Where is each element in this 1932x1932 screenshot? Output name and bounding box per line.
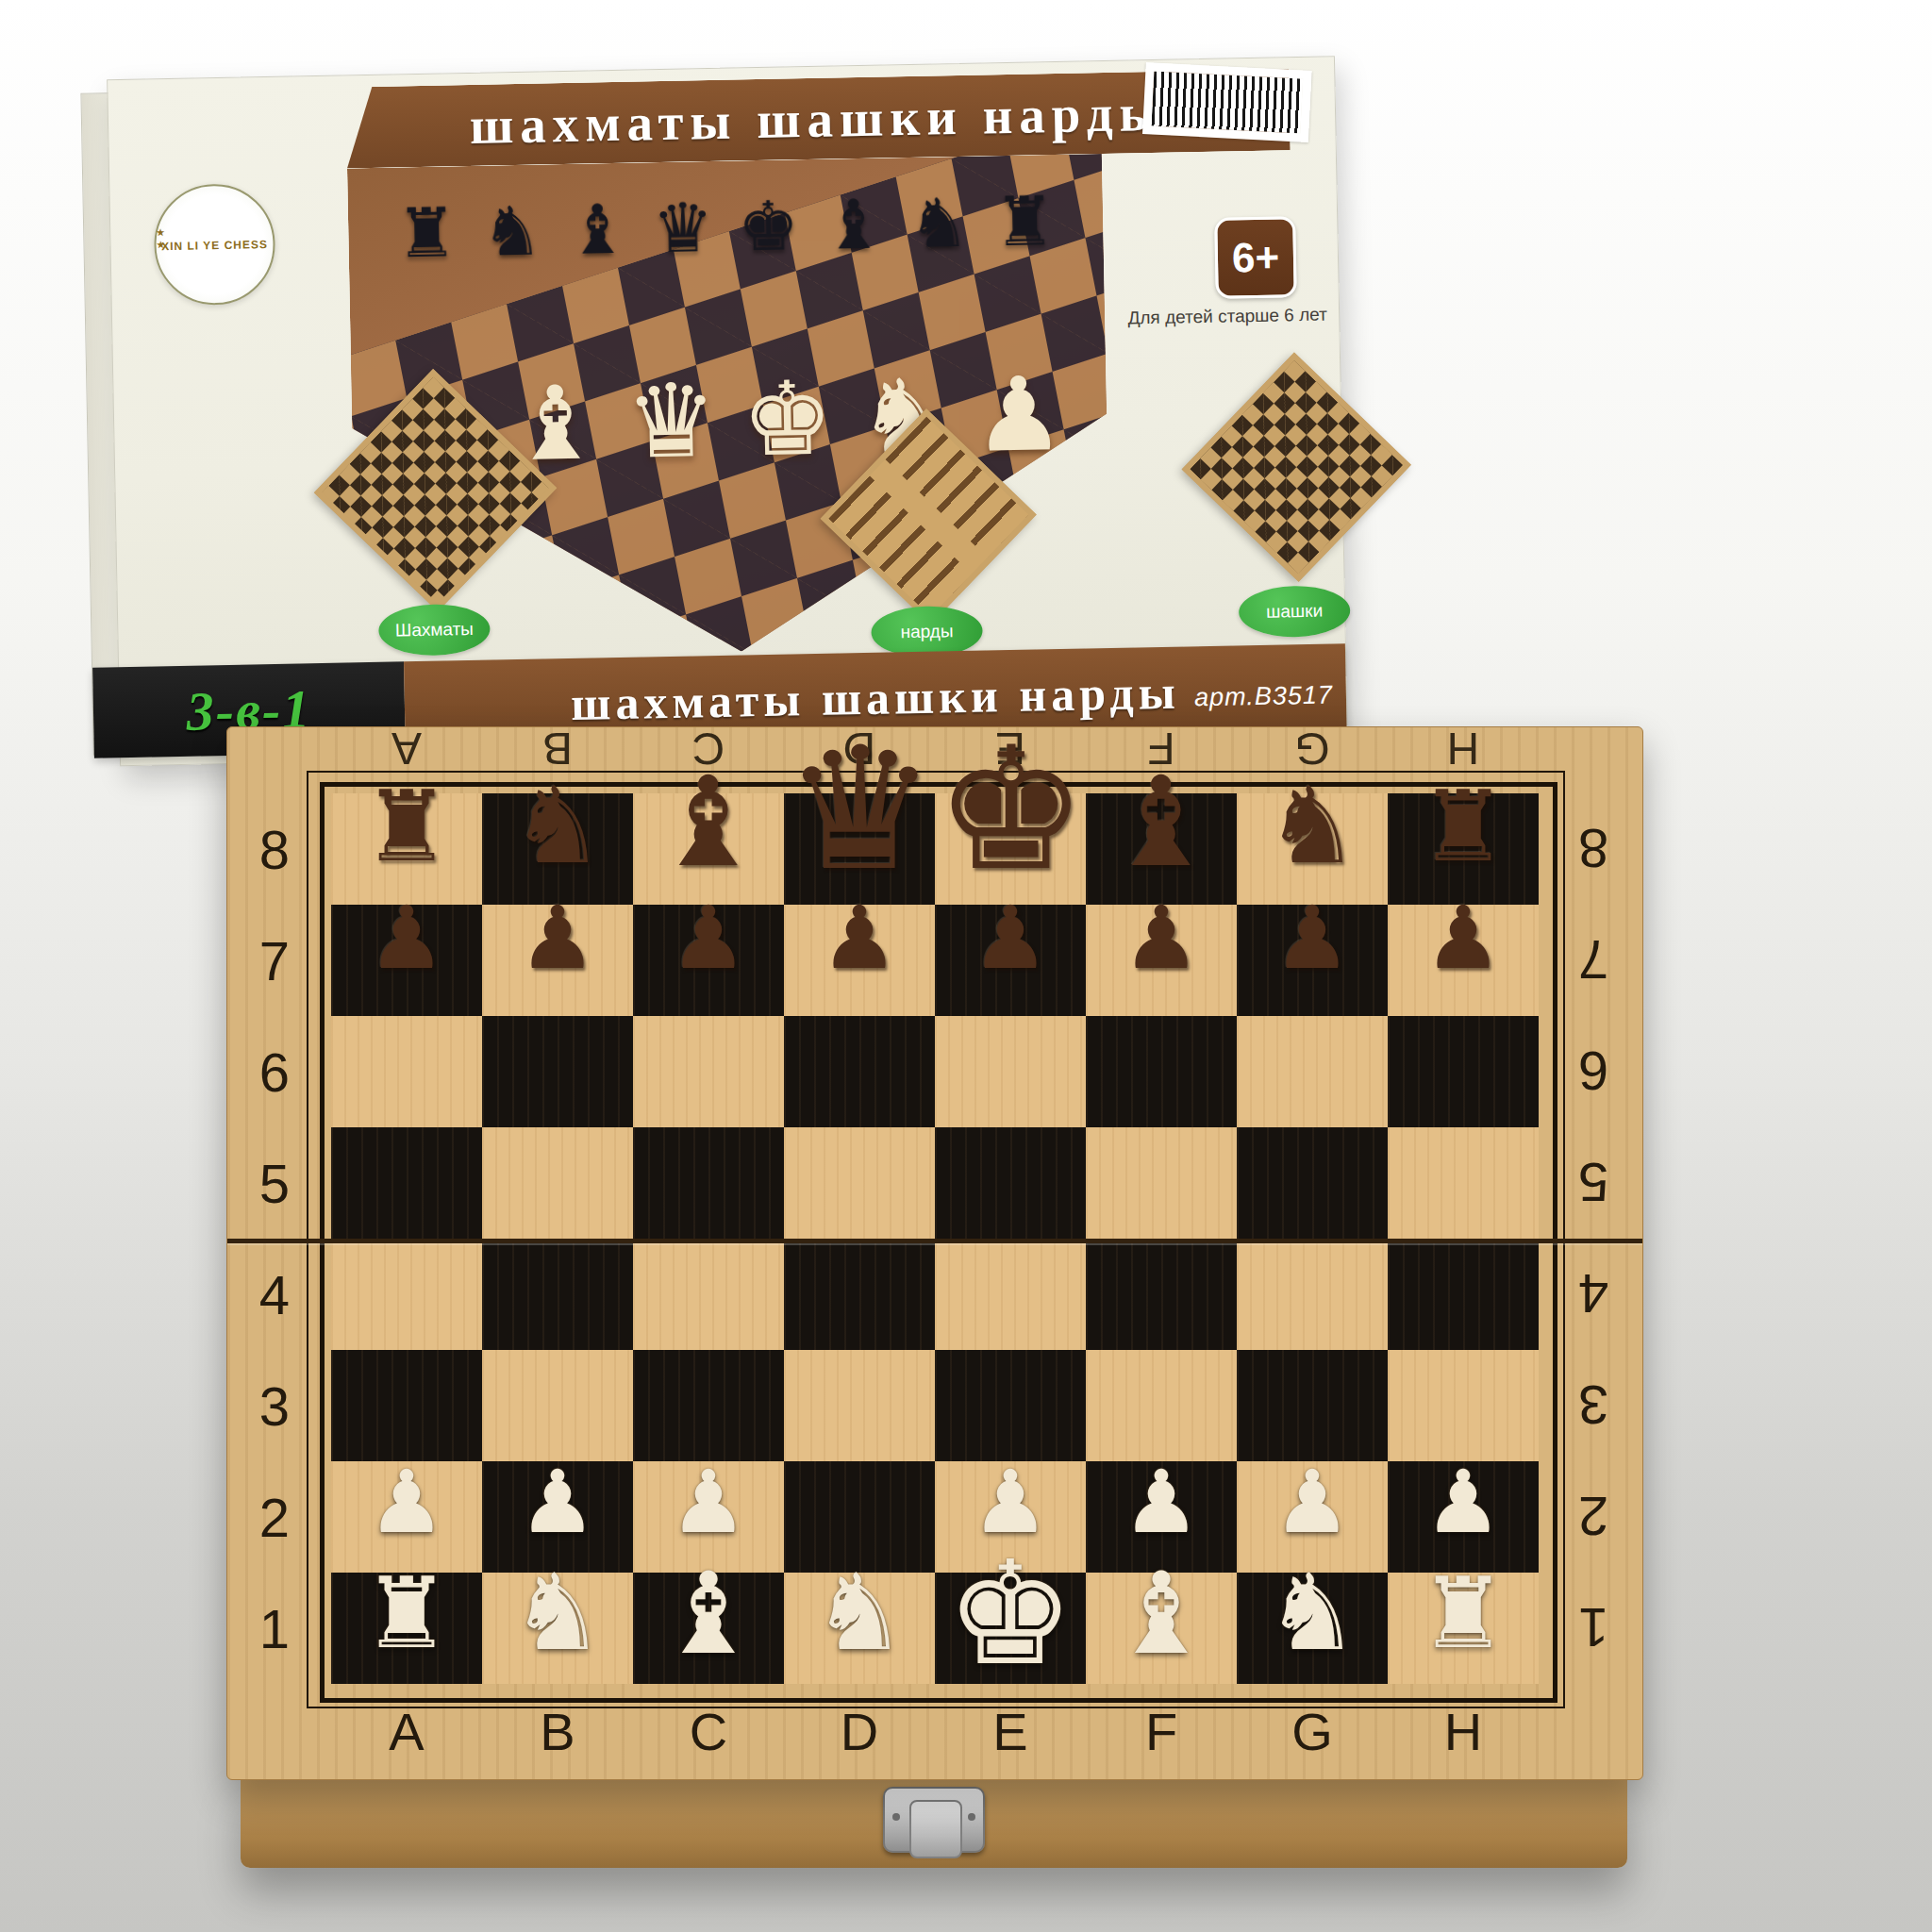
square-f4 [1086,1239,1237,1350]
square-h5 [1388,1127,1539,1239]
file-label-b: B [482,1701,633,1767]
chess-board: ABCDEFGH 87654321 87654321 ♜♞♝♛♚♝♞♜♟♟♟♟♟… [226,726,1643,1780]
square-g6 [1237,1016,1388,1127]
square-f5 [1086,1127,1237,1239]
black-pawn-g7: ♟ [1237,882,1388,993]
square-b4 [482,1239,633,1350]
square-a5 [331,1127,482,1239]
square-e5 [935,1127,1086,1239]
black-pawn-d7: ♟ [784,882,935,993]
scene: шахматы шашки нарды XIN LI YE CHESS ★ ★ … [0,0,1932,1932]
white-knight-g1: ♞ [1237,1557,1388,1669]
black-pawn-f7: ♟ [1086,882,1237,993]
brand-logo: XIN LI YE CHESS ★ ★ [153,183,275,306]
white-pawn-b2: ♟ [482,1446,633,1557]
label-chess: Шахматы [378,604,491,657]
square-b7: ♟ [482,905,633,1016]
black-pawn-e7: ♟ [935,882,1086,993]
square-f1: ♝ [1086,1573,1237,1684]
black-rook-a8: ♜ [331,771,482,882]
clasp-hasp [909,1800,962,1858]
black-pawn-c7: ♟ [633,882,784,993]
file-labels-near: ABCDEFGH [331,1701,1539,1767]
label-checkers: шашки [1239,585,1351,638]
square-b1: ♞ [482,1573,633,1684]
square-a7: ♟ [331,905,482,1016]
square-g3 [1237,1350,1388,1461]
square-e3 [935,1350,1086,1461]
photo-black-piece: ♞ [908,183,971,263]
file-label-h: H [1388,1701,1539,1767]
photo-black-piece: ♝ [566,190,628,270]
square-g4 [1237,1239,1388,1350]
white-knight-d1: ♞ [784,1557,935,1669]
square-d3 [784,1350,935,1461]
file-label-c: C [633,1701,784,1767]
thumb-backgammon [851,439,995,583]
square-b3 [482,1350,633,1461]
age-note: Для детей старше 6 лет [1124,304,1331,328]
photo-white-piece: ♛ [625,361,718,481]
square-d4 [784,1239,935,1350]
black-pawn-b7: ♟ [482,882,633,993]
board-front-edge [241,1777,1627,1868]
square-h6 [1388,1016,1539,1127]
black-bishop-c8: ♝ [633,767,784,878]
file-label-a: A [331,1701,482,1767]
product-box: шахматы шашки нарды XIN LI YE CHESS ★ ★ … [80,56,1348,766]
square-c7: ♟ [633,905,784,1016]
white-rook-a1: ♜ [331,1557,482,1669]
white-pawn-c2: ♟ [633,1446,784,1557]
photo-black-piece: ♞ [481,191,543,271]
square-a6 [331,1016,482,1127]
square-c1: ♝ [633,1573,784,1684]
photo-black-piece: ♛ [652,188,714,268]
white-bishop-f1: ♝ [1086,1557,1237,1669]
white-rook-h1: ♜ [1388,1557,1539,1669]
square-f7: ♟ [1086,905,1237,1016]
square-b5 [482,1127,633,1239]
clasp-screw-left [892,1813,900,1821]
square-g1: ♞ [1237,1573,1388,1684]
file-label-d: D [784,1701,935,1767]
age-badge: 6+ [1214,216,1297,299]
black-pawn-a7: ♟ [331,882,482,993]
square-g5 [1237,1127,1388,1239]
black-pawn-h7: ♟ [1388,882,1539,993]
thumb-checkers [1214,385,1368,539]
metal-clasp [883,1787,985,1853]
square-e6 [935,1016,1086,1127]
white-pawn-f2: ♟ [1086,1446,1237,1557]
square-a4 [331,1239,482,1350]
photo-black-piece: ♜ [395,192,458,273]
photo-black-piece: ♜ [993,181,1056,261]
white-knight-b1: ♞ [482,1557,633,1669]
barcode-icon [1142,62,1312,142]
black-knight-b8: ♞ [482,771,633,882]
age-badge-text: 6+ [1231,233,1279,281]
black-queen-d8: ♛ [784,754,935,865]
file-label-f: F [1086,1701,1237,1767]
square-c6 [633,1016,784,1127]
square-b6 [482,1016,633,1127]
square-h7: ♟ [1388,905,1539,1016]
square-e4 [935,1239,1086,1350]
square-g7: ♟ [1237,905,1388,1016]
white-king-e1: ♚ [935,1557,1086,1669]
box-top-title: шахматы шашки нарды [469,82,1167,155]
black-king-e8: ♚ [935,754,1086,865]
black-bishop-f8: ♝ [1086,767,1237,878]
black-rook-h8: ♜ [1388,771,1539,882]
square-c3 [633,1350,784,1461]
square-h4 [1388,1239,1539,1350]
file-label-far-h: H [1388,720,1539,774]
white-pawn-h2: ♟ [1388,1446,1539,1557]
thumb-checkers-image [1182,353,1411,582]
square-h1: ♜ [1388,1573,1539,1684]
photo-black-piece: ♝ [823,185,885,265]
square-e7: ♟ [935,905,1086,1016]
photo-white-piece: ♚ [741,359,834,479]
square-d7: ♟ [784,905,935,1016]
file-label-e: E [935,1701,1086,1767]
thumb-chess [348,403,511,566]
sku-code: арт.B3517 [1194,680,1333,712]
square-d6 [784,1016,935,1127]
square-e1: ♚ [935,1573,1086,1684]
file-label-g: G [1237,1701,1388,1767]
square-f3 [1086,1350,1237,1461]
white-pawn-a2: ♟ [331,1446,482,1557]
square-c5 [633,1127,784,1239]
box-front-face: шахматы шашки нарды XIN LI YE CHESS ★ ★ … [107,56,1348,766]
square-a1: ♜ [331,1573,482,1684]
square-a2: ♟ [331,1461,482,1573]
square-d5 [784,1127,935,1239]
black-knight-g8: ♞ [1237,771,1388,882]
clasp-screw-right [968,1813,975,1821]
file-label-far-a: A [331,720,482,774]
photo-black-piece: ♚ [737,186,799,266]
square-f6 [1086,1016,1237,1127]
board-hinge-seam [227,1239,1642,1243]
square-c4 [633,1239,784,1350]
square-a3 [331,1350,482,1461]
square-h2: ♟ [1388,1461,1539,1573]
logo-stars: ★ ★ [156,225,273,251]
square-d1: ♞ [784,1573,935,1684]
white-bishop-c1: ♝ [633,1557,784,1669]
white-pawn-g2: ♟ [1237,1446,1388,1557]
box-photo-black-pieces: ♜♞♝♛♚♝♞♜ [348,180,1104,274]
square-h3 [1388,1350,1539,1461]
